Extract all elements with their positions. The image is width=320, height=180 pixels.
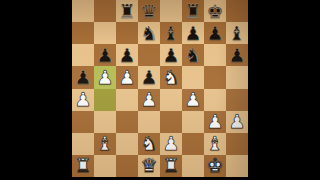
black-knight[interactable]: ♞ — [140, 23, 157, 42]
white-pawn[interactable]: ♟ — [74, 90, 91, 109]
white-pawn[interactable]: ♟ — [184, 90, 201, 109]
square-h2[interactable] — [226, 133, 248, 155]
black-bishop[interactable]: ♝ — [228, 23, 245, 42]
white-rook[interactable]: ♜ — [162, 156, 179, 175]
square-b1[interactable] — [94, 155, 116, 177]
square-d6[interactable] — [138, 44, 160, 66]
white-queen[interactable]: ♛ — [140, 156, 157, 175]
square-b8[interactable] — [94, 0, 116, 22]
square-f2[interactable] — [182, 133, 204, 155]
black-pawn[interactable]: ♟ — [162, 45, 179, 64]
square-a4[interactable]: ♟ — [72, 89, 94, 111]
square-a8[interactable] — [72, 0, 94, 22]
video-frame: ♜♛♜♚♞♝♟♟♝♟♟♟♞♟♟♟♟♟♞♟♟♟♟♟♝♞♟♝♜♛♜♚ — [0, 0, 320, 180]
square-b2[interactable]: ♝ — [94, 133, 116, 155]
square-c6[interactable]: ♟ — [116, 44, 138, 66]
square-d8[interactable]: ♛ — [138, 0, 160, 22]
white-king[interactable]: ♚ — [206, 156, 223, 175]
white-bishop[interactable]: ♝ — [96, 134, 113, 153]
white-knight[interactable]: ♞ — [162, 67, 179, 86]
white-bishop[interactable]: ♝ — [206, 134, 223, 153]
square-h8[interactable] — [226, 0, 248, 22]
black-rook[interactable]: ♜ — [184, 1, 201, 20]
black-pawn[interactable]: ♟ — [140, 67, 157, 86]
white-pawn[interactable]: ♟ — [162, 134, 179, 153]
square-f6[interactable]: ♞ — [182, 44, 204, 66]
square-g5[interactable] — [204, 66, 226, 88]
square-b7[interactable] — [94, 22, 116, 44]
square-a3[interactable] — [72, 111, 94, 133]
square-f1[interactable] — [182, 155, 204, 177]
square-e2[interactable]: ♟ — [160, 133, 182, 155]
black-pawn[interactable]: ♟ — [74, 67, 91, 86]
square-d2[interactable]: ♞ — [138, 133, 160, 155]
square-h1[interactable] — [226, 155, 248, 177]
black-pawn[interactable]: ♟ — [96, 45, 113, 64]
square-b3[interactable] — [94, 111, 116, 133]
black-king[interactable]: ♚ — [206, 1, 223, 20]
square-g4[interactable] — [204, 89, 226, 111]
square-h6[interactable]: ♟ — [226, 44, 248, 66]
square-f7[interactable]: ♟ — [182, 22, 204, 44]
black-knight[interactable]: ♞ — [184, 45, 201, 64]
square-f4[interactable]: ♟ — [182, 89, 204, 111]
square-e6[interactable]: ♟ — [160, 44, 182, 66]
white-pawn[interactable]: ♟ — [96, 67, 113, 86]
square-g2[interactable]: ♝ — [204, 133, 226, 155]
square-g8[interactable]: ♚ — [204, 0, 226, 22]
square-d5[interactable]: ♟ — [138, 66, 160, 88]
square-c3[interactable] — [116, 111, 138, 133]
square-d1[interactable]: ♛ — [138, 155, 160, 177]
square-a2[interactable] — [72, 133, 94, 155]
square-c4[interactable] — [116, 89, 138, 111]
square-a1[interactable]: ♜ — [72, 155, 94, 177]
square-g7[interactable]: ♟ — [204, 22, 226, 44]
square-b5[interactable]: ♟ — [94, 66, 116, 88]
square-d7[interactable]: ♞ — [138, 22, 160, 44]
black-queen[interactable]: ♛ — [140, 1, 157, 20]
white-pawn[interactable]: ♟ — [118, 67, 135, 86]
square-e3[interactable] — [160, 111, 182, 133]
square-e7[interactable]: ♝ — [160, 22, 182, 44]
square-d4[interactable]: ♟ — [138, 89, 160, 111]
white-pawn[interactable]: ♟ — [206, 112, 223, 131]
square-e5[interactable]: ♞ — [160, 66, 182, 88]
square-f3[interactable] — [182, 111, 204, 133]
square-c2[interactable] — [116, 133, 138, 155]
square-g1[interactable]: ♚ — [204, 155, 226, 177]
square-a5[interactable]: ♟ — [72, 66, 94, 88]
square-h4[interactable] — [226, 89, 248, 111]
black-pawn[interactable]: ♟ — [184, 23, 201, 42]
square-c1[interactable] — [116, 155, 138, 177]
square-e4[interactable] — [160, 89, 182, 111]
square-e1[interactable]: ♜ — [160, 155, 182, 177]
black-rook[interactable]: ♜ — [118, 1, 135, 20]
black-pawn[interactable]: ♟ — [206, 23, 223, 42]
square-g3[interactable]: ♟ — [204, 111, 226, 133]
black-pawn[interactable]: ♟ — [228, 45, 245, 64]
black-pawn[interactable]: ♟ — [118, 45, 135, 64]
square-c5[interactable]: ♟ — [116, 66, 138, 88]
chess-board[interactable]: ♜♛♜♚♞♝♟♟♝♟♟♟♞♟♟♟♟♟♞♟♟♟♟♟♝♞♟♝♜♛♜♚ — [72, 0, 248, 177]
white-rook[interactable]: ♜ — [74, 156, 91, 175]
square-a7[interactable] — [72, 22, 94, 44]
black-bishop[interactable]: ♝ — [162, 23, 179, 42]
white-pawn[interactable]: ♟ — [228, 112, 245, 131]
square-f5[interactable] — [182, 66, 204, 88]
square-e8[interactable] — [160, 0, 182, 22]
square-b4[interactable] — [94, 89, 116, 111]
square-h7[interactable]: ♝ — [226, 22, 248, 44]
square-c8[interactable]: ♜ — [116, 0, 138, 22]
square-b6[interactable]: ♟ — [94, 44, 116, 66]
square-f8[interactable]: ♜ — [182, 0, 204, 22]
white-pawn[interactable]: ♟ — [140, 90, 157, 109]
square-h5[interactable] — [226, 66, 248, 88]
square-h3[interactable]: ♟ — [226, 111, 248, 133]
square-d3[interactable] — [138, 111, 160, 133]
square-c7[interactable] — [116, 22, 138, 44]
square-g6[interactable] — [204, 44, 226, 66]
white-knight[interactable]: ♞ — [140, 134, 157, 153]
square-a6[interactable] — [72, 44, 94, 66]
